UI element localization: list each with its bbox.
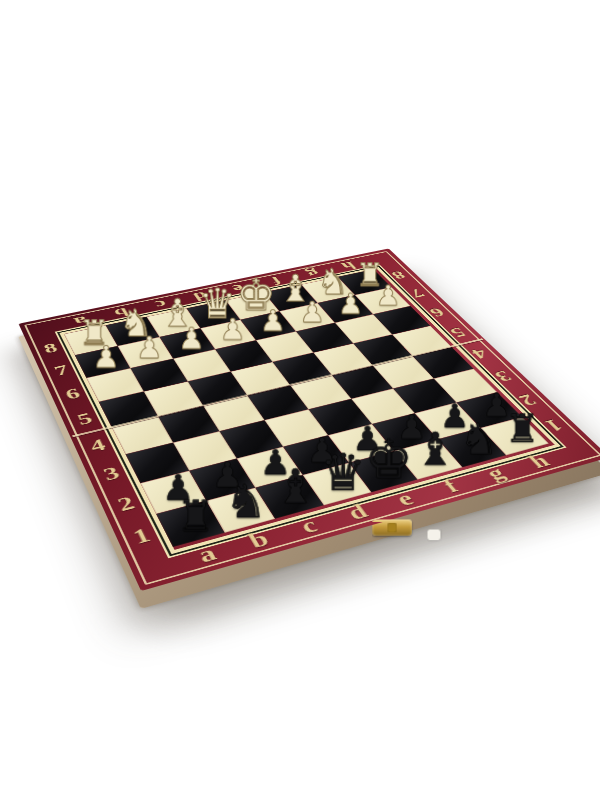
black-knight: ♞ [460, 417, 499, 460]
black-bishop: ♝ [415, 427, 455, 472]
black-rook: ♜ [176, 495, 214, 538]
rank-label-right-7-text: 7 [406, 287, 427, 300]
black-queen: ♛ [320, 447, 366, 498]
price-tag [427, 529, 440, 540]
white-pawn: ♟ [260, 306, 286, 335]
black-bishop: ♝ [274, 464, 316, 511]
white-pawn: ♟ [178, 324, 205, 354]
rank-label-left-8-text: 8 [42, 341, 60, 356]
chess-board-3d: abcdefgh8♜♞♝♛♚♝♞♜87♟♟♟♟♟♟♟♟7665544332♟♟♟… [19, 248, 600, 591]
black-rook: ♜ [505, 410, 540, 449]
white-pawn: ♟ [93, 342, 120, 372]
white-pawn: ♟ [376, 282, 401, 310]
rank-label-right-6-text: 6 [425, 305, 447, 318]
white-pawn: ♟ [220, 315, 246, 344]
white-pawn: ♟ [136, 333, 163, 363]
black-king: ♚ [365, 432, 413, 486]
white-pawn: ♟ [299, 298, 325, 327]
file-label-near-f-text: f [440, 477, 463, 496]
black-knight: ♞ [225, 478, 267, 525]
file-label-near-g-text: g [482, 464, 510, 484]
white-pawn: ♟ [338, 290, 363, 318]
chess-board: abcdefgh8♜♞♝♛♚♝♞♜87♟♟♟♟♟♟♟♟7665544332♟♟♟… [19, 248, 600, 591]
photo-background: abcdefgh8♜♞♝♛♚♝♞♜87♟♟♟♟♟♟♟♟7665544332♟♟♟… [0, 0, 600, 800]
clasp-keeper [387, 523, 396, 532]
